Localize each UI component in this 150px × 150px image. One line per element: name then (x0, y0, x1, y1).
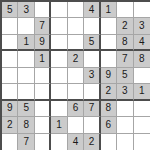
cell-r6c4[interactable] (51, 84, 67, 100)
cell-r1c6: 4 (84, 2, 100, 18)
cell-r4c3: 1 (35, 51, 51, 67)
cell-r3c6: 5 (84, 35, 100, 51)
cell-r9c5: 4 (68, 134, 84, 150)
cell-r4c8: 7 (117, 51, 133, 67)
cell-r9c6: 2 (84, 134, 100, 150)
cell-r7c8[interactable] (117, 101, 133, 117)
cell-r8c6[interactable] (84, 117, 100, 133)
cell-r4c9: 8 (134, 51, 150, 67)
cell-r3c9: 4 (134, 35, 150, 51)
cell-r2c7[interactable] (101, 18, 117, 34)
cell-r4c4[interactable] (51, 51, 67, 67)
cell-r2c2[interactable] (18, 18, 34, 34)
cell-r3c8: 8 (117, 35, 133, 51)
cell-r9c1[interactable] (2, 134, 18, 150)
cell-r4c5: 2 (68, 51, 84, 67)
cell-r4c1[interactable] (2, 51, 18, 67)
cell-r7c7: 8 (101, 101, 117, 117)
cell-r8c3[interactable] (35, 117, 51, 133)
cell-r2c1[interactable] (2, 18, 18, 34)
cell-r9c9[interactable] (134, 134, 150, 150)
cell-r9c3[interactable] (35, 134, 51, 150)
cell-r7c9[interactable] (134, 101, 150, 117)
cell-r1c1: 5 (2, 2, 18, 18)
cell-r9c7[interactable] (101, 134, 117, 150)
cell-r5c8: 5 (117, 68, 133, 84)
cell-r3c7[interactable] (101, 35, 117, 51)
cell-r1c7: 1 (101, 2, 117, 18)
sudoku-board: 5341723195841278395231956782816742 (0, 0, 150, 150)
cell-r3c1[interactable] (2, 35, 18, 51)
cell-r4c2[interactable] (18, 51, 34, 67)
cell-r8c9[interactable] (134, 117, 150, 133)
cell-r7c4[interactable] (51, 101, 67, 117)
cell-r7c6: 7 (84, 101, 100, 117)
cell-r1c9[interactable] (134, 2, 150, 18)
cell-r6c2[interactable] (18, 84, 34, 100)
cell-r9c4[interactable] (51, 134, 67, 150)
cell-r6c7: 2 (101, 84, 117, 100)
cell-r1c3[interactable] (35, 2, 51, 18)
cell-r5c9[interactable] (134, 68, 150, 84)
cell-r5c4[interactable] (51, 68, 67, 84)
cell-r1c8[interactable] (117, 2, 133, 18)
cell-r6c1[interactable] (2, 84, 18, 100)
cell-r3c3: 9 (35, 35, 51, 51)
cell-r8c4: 1 (51, 117, 67, 133)
cell-r3c2: 1 (18, 35, 34, 51)
cell-r9c2: 7 (18, 134, 34, 150)
cell-r7c2: 5 (18, 101, 34, 117)
cell-r1c2: 3 (18, 2, 34, 18)
cell-r5c3[interactable] (35, 68, 51, 84)
cell-r5c7: 9 (101, 68, 117, 84)
cell-r5c6: 3 (84, 68, 100, 84)
cell-r6c8: 3 (117, 84, 133, 100)
cell-r2c3: 7 (35, 18, 51, 34)
cell-r6c6[interactable] (84, 84, 100, 100)
cell-r6c3[interactable] (35, 84, 51, 100)
cell-r7c3[interactable] (35, 101, 51, 117)
cell-r8c8[interactable] (117, 117, 133, 133)
cell-r7c1: 9 (2, 101, 18, 117)
cell-r3c4[interactable] (51, 35, 67, 51)
cell-r4c6[interactable] (84, 51, 100, 67)
cell-r1c5[interactable] (68, 2, 84, 18)
cell-r9c8[interactable] (117, 134, 133, 150)
cell-r2c9: 3 (134, 18, 150, 34)
cell-r5c1[interactable] (2, 68, 18, 84)
cell-r8c5[interactable] (68, 117, 84, 133)
cell-r5c5[interactable] (68, 68, 84, 84)
cell-r5c2[interactable] (18, 68, 34, 84)
cell-r4c7[interactable] (101, 51, 117, 67)
cell-r3c5[interactable] (68, 35, 84, 51)
cell-r2c6[interactable] (84, 18, 100, 34)
cell-r8c7: 6 (101, 117, 117, 133)
cell-r2c4[interactable] (51, 18, 67, 34)
cell-r6c5[interactable] (68, 84, 84, 100)
cell-r1c4[interactable] (51, 2, 67, 18)
cell-r2c5[interactable] (68, 18, 84, 34)
cell-r8c1: 2 (2, 117, 18, 133)
cell-r7c5: 6 (68, 101, 84, 117)
cell-r2c8: 2 (117, 18, 133, 34)
cell-r8c2: 8 (18, 117, 34, 133)
cell-r6c9: 1 (134, 84, 150, 100)
